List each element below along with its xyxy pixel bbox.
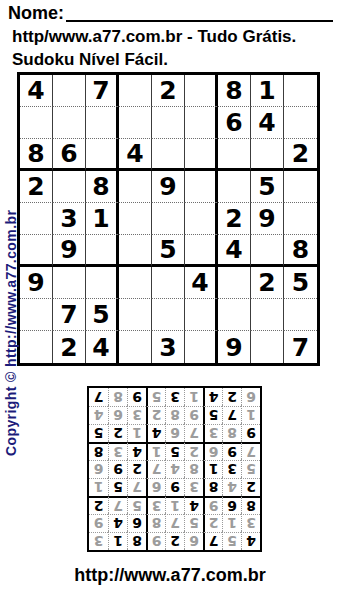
puzzle-cell-r3c5[interactable] xyxy=(152,139,185,171)
solution-cell-r8c9: 4 xyxy=(89,406,108,424)
solution-cell-r2c7: 6 xyxy=(127,514,146,532)
solution-cell-r6c9: 8 xyxy=(89,442,108,460)
solution-cell-r4c3: 8 xyxy=(203,478,222,496)
puzzle-cell-r1c6[interactable] xyxy=(185,75,218,107)
solution-cell-r3c4: 4 xyxy=(184,496,203,514)
solution-cell-r8c6: 2 xyxy=(146,406,165,424)
puzzle-cell-r1c8[interactable]: 1 xyxy=(251,75,284,107)
puzzle-cell-r7c1[interactable]: 9 xyxy=(20,267,53,299)
solution-cell-r1c2: 5 xyxy=(222,532,241,550)
solution-cell-r4c2: 4 xyxy=(222,478,241,496)
puzzle-cell-r8c4[interactable] xyxy=(119,299,152,331)
puzzle-cell-r7c2[interactable] xyxy=(53,267,86,299)
solution-cell-r5c5: 4 xyxy=(165,460,184,478)
solution-cell-r5c1: 5 xyxy=(241,460,260,478)
solution-cell-r5c4: 8 xyxy=(184,460,203,478)
solution-cell-r5c8: 9 xyxy=(108,460,127,478)
puzzle-cell-r1c1[interactable]: 4 xyxy=(20,75,53,107)
puzzle-cell-r7c5[interactable] xyxy=(152,267,185,299)
solution-cell-r1c3: 7 xyxy=(203,532,222,550)
vertical-copyright-text: Copyright © http://www.a77.com.br xyxy=(3,210,19,456)
puzzle-cell-r9c1[interactable] xyxy=(20,331,53,363)
solution-cell-r6c6: 1 xyxy=(146,442,165,460)
solution-cell-r6c4: 2 xyxy=(184,442,203,460)
solution-cell-r9c1: 6 xyxy=(241,388,260,406)
solution-cell-r3c1: 8 xyxy=(241,496,260,514)
puzzle-cell-r6c9[interactable]: 8 xyxy=(284,235,317,267)
solution-cell-r2c9: 9 xyxy=(89,514,108,532)
puzzle-cell-r8c9[interactable] xyxy=(284,299,317,331)
solution-cell-r3c9: 2 xyxy=(89,496,108,514)
solution-cell-r1c4: 6 xyxy=(184,532,203,550)
puzzle-cell-r9c6[interactable] xyxy=(185,331,218,363)
puzzle-cell-r1c9[interactable] xyxy=(284,75,317,107)
puzzle-cell-r2c5[interactable] xyxy=(152,107,185,139)
puzzle-cell-r2c4[interactable] xyxy=(119,107,152,139)
solution-cell-r3c6: 3 xyxy=(146,496,165,514)
solution-cell-r2c4: 5 xyxy=(184,514,203,532)
solution-cell-r4c6: 6 xyxy=(146,478,165,496)
solution-cell-r7c7: 1 xyxy=(127,424,146,442)
puzzle-cell-r6c4[interactable] xyxy=(119,235,152,267)
solution-cell-r3c5: 1 xyxy=(165,496,184,514)
solution-cell-r8c1: 1 xyxy=(241,406,260,424)
solution-cell-r8c4: 9 xyxy=(184,406,203,424)
solution-cell-r7c8: 2 xyxy=(108,424,127,442)
puzzle-cell-r8c5[interactable] xyxy=(152,299,185,331)
puzzle-cell-r1c4[interactable] xyxy=(119,75,152,107)
solution-cell-r8c2: 7 xyxy=(222,406,241,424)
puzzle-cell-r9c5[interactable]: 3 xyxy=(152,331,185,363)
puzzle-cell-r7c8[interactable]: 2 xyxy=(251,267,284,299)
puzzle-cell-r9c9[interactable]: 7 xyxy=(284,331,317,363)
puzzle-cell-r9c8[interactable] xyxy=(251,331,284,363)
puzzle-cell-r6c3[interactable] xyxy=(86,235,119,267)
puzzle-cell-r2c9[interactable] xyxy=(284,107,317,139)
puzzle-cell-r3c3[interactable] xyxy=(86,139,119,171)
puzzle-cell-r8c2[interactable]: 7 xyxy=(53,299,86,331)
puzzle-cell-r4c9[interactable] xyxy=(284,171,317,203)
puzzle-cell-r3c2[interactable]: 6 xyxy=(53,139,86,171)
puzzle-cell-r3c1[interactable]: 8 xyxy=(20,139,53,171)
solution-cell-r1c8: 1 xyxy=(108,532,127,550)
solution-cell-r3c2: 6 xyxy=(222,496,241,514)
puzzle-cell-r8c8[interactable] xyxy=(251,299,284,331)
solution-cell-r7c3: 3 xyxy=(203,424,222,442)
puzzle-cell-r2c3[interactable] xyxy=(86,107,119,139)
solution-cell-r7c2: 8 xyxy=(222,424,241,442)
solution-cell-r4c7: 7 xyxy=(127,478,146,496)
puzzle-cell-r6c2[interactable]: 9 xyxy=(53,235,86,267)
puzzle-cell-r5c7[interactable]: 2 xyxy=(218,203,251,235)
solution-cell-r8c7: 3 xyxy=(127,406,146,424)
puzzle-cell-r7c7[interactable] xyxy=(218,267,251,299)
puzzle-cell-r9c2[interactable]: 2 xyxy=(53,331,86,363)
puzzle-grid: 4728164864228953129954894257524397 xyxy=(17,72,320,366)
puzzle-cell-r7c9[interactable]: 5 xyxy=(284,267,317,299)
solution-cell-r2c5: 7 xyxy=(165,514,184,532)
puzzle-cell-r8c6[interactable] xyxy=(185,299,218,331)
puzzle-cell-r3c8[interactable] xyxy=(251,139,284,171)
puzzle-cell-r8c7[interactable] xyxy=(218,299,251,331)
solution-cell-r6c8: 3 xyxy=(108,442,127,460)
difficulty-header-line: Sudoku Nível Fácil. xyxy=(12,50,168,70)
solution-cell-r6c1: 7 xyxy=(241,442,260,460)
name-label: Nome: xyxy=(8,2,64,24)
solution-cell-r7c6: 4 xyxy=(146,424,165,442)
puzzle-cell-r3c7[interactable] xyxy=(218,139,251,171)
solution-cell-r1c1: 4 xyxy=(241,532,260,550)
puzzle-cell-r7c3[interactable] xyxy=(86,267,119,299)
solution-cell-r9c4: 1 xyxy=(184,388,203,406)
puzzle-cell-r7c6[interactable]: 4 xyxy=(185,267,218,299)
name-blank-line xyxy=(66,2,333,22)
solution-cell-r2c8: 4 xyxy=(108,514,127,532)
puzzle-cell-r2c1[interactable] xyxy=(20,107,53,139)
sudoku-worksheet-page: Nome: http/www.a77.com.br - Tudo Grátis.… xyxy=(0,0,340,596)
puzzle-cell-r6c5[interactable]: 5 xyxy=(152,235,185,267)
footer-url: http://www.a77.com.br xyxy=(0,565,340,586)
solution-grid-rotated: 4576298133125786498694135722483967515318… xyxy=(87,386,262,552)
puzzle-cell-r2c8[interactable]: 4 xyxy=(251,107,284,139)
solution-cell-r6c2: 9 xyxy=(222,442,241,460)
puzzle-cell-r4c5[interactable]: 9 xyxy=(152,171,185,203)
solution-cell-r1c6: 9 xyxy=(146,532,165,550)
solution-cell-r5c6: 7 xyxy=(146,460,165,478)
solution-cell-r5c7: 2 xyxy=(127,460,146,478)
puzzle-cell-r3c6[interactable] xyxy=(185,139,218,171)
solution-cell-r2c3: 2 xyxy=(203,514,222,532)
puzzle-cell-r2c6[interactable] xyxy=(185,107,218,139)
puzzle-cell-r5c9[interactable] xyxy=(284,203,317,235)
puzzle-cell-r4c8[interactable]: 5 xyxy=(251,171,284,203)
solution-cell-r8c8: 6 xyxy=(108,406,127,424)
solution-cell-r7c1: 9 xyxy=(241,424,260,442)
solution-cell-r6c7: 4 xyxy=(127,442,146,460)
solution-cell-r2c1: 3 xyxy=(241,514,260,532)
solution-cell-r1c5: 2 xyxy=(165,532,184,550)
puzzle-cell-r1c3[interactable]: 7 xyxy=(86,75,119,107)
solution-cell-r5c3: 1 xyxy=(203,460,222,478)
solution-cell-r7c9: 5 xyxy=(89,424,108,442)
solution-cell-r1c9: 3 xyxy=(89,532,108,550)
puzzle-cell-r4c2[interactable] xyxy=(53,171,86,203)
puzzle-cell-r6c8[interactable] xyxy=(251,235,284,267)
puzzle-cell-r5c3[interactable]: 1 xyxy=(86,203,119,235)
puzzle-cell-r8c3[interactable]: 5 xyxy=(86,299,119,331)
solution-cell-r7c5: 6 xyxy=(165,424,184,442)
solution-cell-r4c8: 5 xyxy=(108,478,127,496)
puzzle-cell-r5c6[interactable] xyxy=(185,203,218,235)
solution-cell-r9c3: 4 xyxy=(203,388,222,406)
puzzle-cell-r9c3[interactable]: 4 xyxy=(86,331,119,363)
name-row: Nome: xyxy=(8,2,333,24)
puzzle-cell-r9c7[interactable]: 9 xyxy=(218,331,251,363)
solution-cell-r9c2: 2 xyxy=(222,388,241,406)
puzzle-cell-r2c7[interactable]: 6 xyxy=(218,107,251,139)
solution-cell-r7c4: 7 xyxy=(184,424,203,442)
puzzle-cell-r2c2[interactable] xyxy=(53,107,86,139)
puzzle-cell-r1c2[interactable] xyxy=(53,75,86,107)
solution-cell-r9c5: 3 xyxy=(165,388,184,406)
puzzle-cell-r5c4[interactable] xyxy=(119,203,152,235)
puzzle-cell-r5c1[interactable] xyxy=(20,203,53,235)
puzzle-cell-r1c7[interactable]: 8 xyxy=(218,75,251,107)
solution-cell-r5c9: 6 xyxy=(89,460,108,478)
solution-cell-r3c7: 5 xyxy=(127,496,146,514)
puzzle-cell-r4c3[interactable]: 8 xyxy=(86,171,119,203)
puzzle-cell-r3c9[interactable]: 2 xyxy=(284,139,317,171)
puzzle-cell-r6c1[interactable] xyxy=(20,235,53,267)
solution-cell-r6c3: 6 xyxy=(203,442,222,460)
solution-cell-r8c3: 5 xyxy=(203,406,222,424)
solution-cell-r5c2: 3 xyxy=(222,460,241,478)
solution-cell-r1c7: 8 xyxy=(127,532,146,550)
solution-cell-r8c5: 8 xyxy=(165,406,184,424)
site-header-line: http/www.a77.com.br - Tudo Grátis. xyxy=(12,27,296,47)
solution-cell-r9c6: 5 xyxy=(146,388,165,406)
solution-cell-r4c5: 9 xyxy=(165,478,184,496)
puzzle-cell-r4c4[interactable] xyxy=(119,171,152,203)
puzzle-cell-r8c1[interactable] xyxy=(20,299,53,331)
puzzle-cell-r7c4[interactable] xyxy=(119,267,152,299)
puzzle-cell-r5c5[interactable] xyxy=(152,203,185,235)
puzzle-cell-r1c5[interactable]: 2 xyxy=(152,75,185,107)
solution-cell-r9c8: 8 xyxy=(108,388,127,406)
puzzle-cell-r4c6[interactable] xyxy=(185,171,218,203)
solution-cell-r3c8: 7 xyxy=(108,496,127,514)
puzzle-cell-r4c1[interactable]: 2 xyxy=(20,171,53,203)
puzzle-cell-r6c6[interactable] xyxy=(185,235,218,267)
puzzle-cell-r5c8[interactable]: 9 xyxy=(251,203,284,235)
solution-cell-r4c9: 1 xyxy=(89,478,108,496)
solution-cell-r4c1: 2 xyxy=(241,478,260,496)
solution-cell-r6c5: 5 xyxy=(165,442,184,460)
puzzle-cell-r9c4[interactable] xyxy=(119,331,152,363)
solution-cell-r3c3: 9 xyxy=(203,496,222,514)
puzzle-cell-r5c2[interactable]: 3 xyxy=(53,203,86,235)
puzzle-cell-r6c7[interactable]: 4 xyxy=(218,235,251,267)
puzzle-cell-r4c7[interactable] xyxy=(218,171,251,203)
puzzle-cell-r3c4[interactable]: 4 xyxy=(119,139,152,171)
solution-cell-r9c7: 9 xyxy=(127,388,146,406)
solution-cell-r2c2: 1 xyxy=(222,514,241,532)
solution-cell-r4c4: 3 xyxy=(184,478,203,496)
solution-cell-r2c6: 8 xyxy=(146,514,165,532)
solution-cell-r9c9: 7 xyxy=(89,388,108,406)
